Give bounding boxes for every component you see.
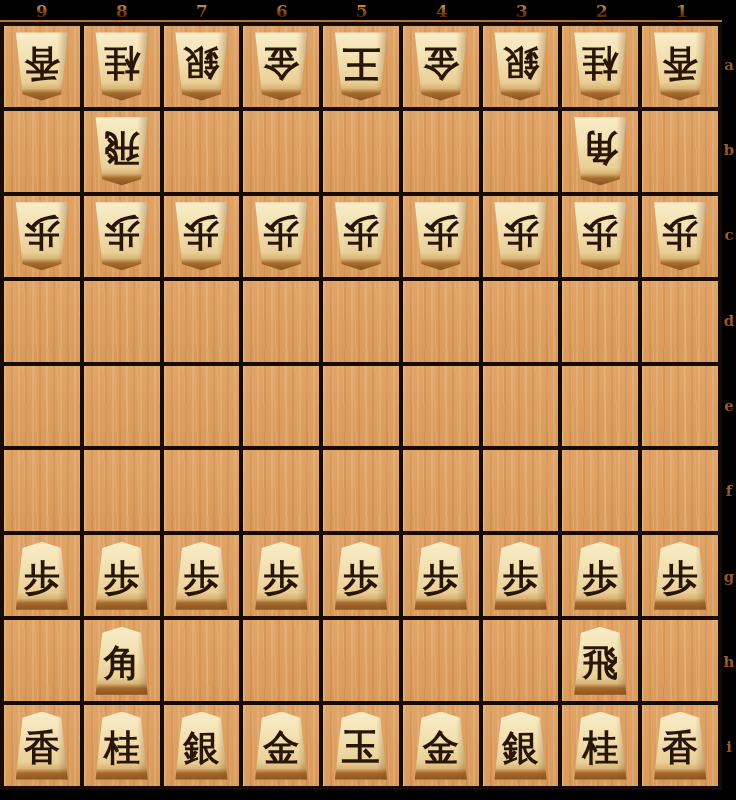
board-cell-3e[interactable] [483,366,559,447]
piece-pawn-sente[interactable]: 歩 [570,542,631,610]
board-cell-9f[interactable] [4,450,80,531]
board-cell-8f[interactable] [84,450,160,531]
board-cell-7a[interactable]: 銀 [164,26,240,107]
board-cell-1g[interactable]: 歩 [642,535,718,616]
board-cell-4e[interactable] [403,366,479,447]
board-cell-7h[interactable] [164,620,240,701]
board-cell-5b[interactable] [323,111,399,192]
shogi-app: 987654321 香桂銀金王金銀桂香飛角歩歩歩歩歩歩歩歩歩歩歩歩歩歩歩歩歩歩角… [0,0,736,800]
board-cell-6f[interactable] [243,450,319,531]
board-cell-1h[interactable] [642,620,718,701]
piece-pawn-sente[interactable]: 歩 [490,542,551,610]
piece-kanji: 桂 [582,729,618,765]
piece-kanji: 金 [263,46,299,82]
piece-kanji: 角 [104,644,140,680]
piece-bishop-gote[interactable]: 角 [570,117,631,185]
piece-kanji: 歩 [503,559,539,595]
board-cell-1c[interactable]: 歩 [642,196,718,277]
piece-kanji: 飛 [582,644,618,680]
board-cell-7e[interactable] [164,366,240,447]
board-cell-3g[interactable]: 歩 [483,535,559,616]
board-cell-9a[interactable]: 香 [4,26,80,107]
board-cell-4h[interactable] [403,620,479,701]
piece-silver-sente[interactable]: 銀 [171,712,232,780]
piece-kanji: 香 [24,729,60,765]
board-cell-3i[interactable]: 銀 [483,705,559,786]
piece-kanji: 飛 [104,131,140,167]
piece-kanji: 香 [24,46,60,82]
board-cell-3c[interactable]: 歩 [483,196,559,277]
piece-kanji: 歩 [423,216,459,252]
piece-kanji: 歩 [343,559,379,595]
piece-kanji: 銀 [503,46,539,82]
file-label-7: 7 [162,0,242,21]
piece-kanji: 歩 [24,216,60,252]
piece-knight-gote[interactable]: 桂 [570,32,631,100]
piece-king-sente[interactable]: 玉 [331,712,392,780]
board-cell-1i[interactable]: 香 [642,705,718,786]
piece-kanji: 歩 [183,216,219,252]
piece-pawn-gote[interactable]: 歩 [171,202,232,270]
piece-pawn-gote[interactable]: 歩 [91,202,152,270]
piece-kanji: 金 [423,46,459,82]
rank-label-b: b [722,107,736,192]
board-cell-3a[interactable]: 銀 [483,26,559,107]
board-cell-8i[interactable]: 桂 [84,705,160,786]
piece-king-gote[interactable]: 王 [331,32,392,100]
piece-kanji: 歩 [582,559,618,595]
board-cell-1d[interactable] [642,281,718,362]
file-labels: 987654321 [2,0,722,21]
rank-label-a: a [722,22,736,107]
board-cell-5i[interactable]: 玉 [323,705,399,786]
piece-kanji: 歩 [662,559,698,595]
piece-lance-sente[interactable]: 香 [12,712,73,780]
board-cell-6c[interactable]: 歩 [243,196,319,277]
board-cell-2i[interactable]: 桂 [562,705,638,786]
piece-gold-sente[interactable]: 金 [410,712,471,780]
rank-label-d: d [722,278,736,363]
piece-pawn-sente[interactable]: 歩 [251,542,312,610]
board-cell-1e[interactable] [642,366,718,447]
rank-label-h: h [722,619,736,704]
board-cell-1b[interactable] [642,111,718,192]
board-cell-4i[interactable]: 金 [403,705,479,786]
rank-label-i: i [722,705,736,790]
board-cell-8d[interactable] [84,281,160,362]
board-cell-2d[interactable] [562,281,638,362]
piece-pawn-sente[interactable]: 歩 [331,542,392,610]
board-cell-4b[interactable] [403,111,479,192]
piece-pawn-sente[interactable]: 歩 [650,542,711,610]
board-cell-3h[interactable] [483,620,559,701]
file-label-8: 8 [82,0,162,21]
piece-kanji: 金 [263,729,299,765]
piece-kanji: 王 [342,45,380,83]
board-cell-7g[interactable]: 歩 [164,535,240,616]
board-cell-5c[interactable]: 歩 [323,196,399,277]
board-cell-4g[interactable]: 歩 [403,535,479,616]
board-cell-5e[interactable] [323,366,399,447]
board-cell-6a[interactable]: 金 [243,26,319,107]
piece-lance-sente[interactable]: 香 [650,712,711,780]
board-cell-5h[interactable] [323,620,399,701]
file-label-5: 5 [322,0,402,21]
piece-pawn-gote[interactable]: 歩 [490,202,551,270]
board-cell-8g[interactable]: 歩 [84,535,160,616]
piece-kanji: 桂 [582,46,618,82]
rank-label-e: e [722,363,736,448]
piece-pawn-gote[interactable]: 歩 [410,202,471,270]
piece-pawn-gote[interactable]: 歩 [650,202,711,270]
piece-kanji: 金 [423,729,459,765]
board-cell-5a[interactable]: 王 [323,26,399,107]
board-cell-7f[interactable] [164,450,240,531]
piece-kanji: 角 [582,131,618,167]
board-cell-1a[interactable]: 香 [642,26,718,107]
piece-pawn-gote[interactable]: 歩 [12,202,73,270]
board-cell-9d[interactable] [4,281,80,362]
board-cell-2g[interactable]: 歩 [562,535,638,616]
file-label-2: 2 [562,0,642,21]
board-cell-6g[interactable]: 歩 [243,535,319,616]
piece-kanji: 香 [662,729,698,765]
piece-kanji: 銀 [183,729,219,765]
board-cell-2h[interactable]: 飛 [562,620,638,701]
board-cell-3b[interactable] [483,111,559,192]
piece-kanji: 歩 [104,559,140,595]
board-cell-8a[interactable]: 桂 [84,26,160,107]
piece-lance-gote[interactable]: 香 [12,32,73,100]
piece-bishop-sente[interactable]: 角 [91,627,152,695]
piece-kanji: 歩 [24,559,60,595]
board-cell-2e[interactable] [562,366,638,447]
file-label-6: 6 [242,0,322,21]
board-cell-2b[interactable]: 角 [562,111,638,192]
board-cell-9e[interactable] [4,366,80,447]
piece-kanji: 歩 [662,216,698,252]
piece-silver-gote[interactable]: 銀 [171,32,232,100]
board: 香桂銀金王金銀桂香飛角歩歩歩歩歩歩歩歩歩歩歩歩歩歩歩歩歩歩角飛香桂銀金玉金銀桂香 [0,22,722,790]
piece-kanji: 桂 [104,729,140,765]
board-cell-5f[interactable] [323,450,399,531]
board-cell-2c[interactable]: 歩 [562,196,638,277]
board-cell-9i[interactable]: 香 [4,705,80,786]
rank-label-f: f [722,449,736,534]
piece-pawn-sente[interactable]: 歩 [410,542,471,610]
piece-kanji: 銀 [503,729,539,765]
board-cell-9b[interactable] [4,111,80,192]
piece-silver-sente[interactable]: 銀 [490,712,551,780]
piece-pawn-gote[interactable]: 歩 [570,202,631,270]
piece-pawn-sente[interactable]: 歩 [12,542,73,610]
board-cell-8c[interactable]: 歩 [84,196,160,277]
file-label-1: 1 [642,0,722,21]
board-cell-8h[interactable]: 角 [84,620,160,701]
board-cell-6h[interactable] [243,620,319,701]
board-cell-7b[interactable] [164,111,240,192]
board-cell-6d[interactable] [243,281,319,362]
board-cell-6b[interactable] [243,111,319,192]
board-cell-8e[interactable] [84,366,160,447]
board-cell-4d[interactable] [403,281,479,362]
piece-rook-sente[interactable]: 飛 [570,627,631,695]
piece-gold-sente[interactable]: 金 [251,712,312,780]
piece-kanji: 歩 [263,216,299,252]
board-cell-1f[interactable] [642,450,718,531]
piece-rook-gote[interactable]: 飛 [91,117,152,185]
piece-pawn-gote[interactable]: 歩 [251,202,312,270]
board-cell-6i[interactable]: 金 [243,705,319,786]
piece-kanji: 玉 [342,728,380,766]
rank-label-g: g [722,534,736,619]
piece-kanji: 銀 [183,46,219,82]
board-cell-3f[interactable] [483,450,559,531]
board-cell-4f[interactable] [403,450,479,531]
piece-silver-gote[interactable]: 銀 [490,32,551,100]
board-cell-7i[interactable]: 銀 [164,705,240,786]
board-cell-4a[interactable]: 金 [403,26,479,107]
board-cell-7d[interactable] [164,281,240,362]
piece-pawn-sente[interactable]: 歩 [171,542,232,610]
piece-kanji: 歩 [104,216,140,252]
board-cell-5g[interactable]: 歩 [323,535,399,616]
piece-gold-gote[interactable]: 金 [410,32,471,100]
piece-kanji: 桂 [104,46,140,82]
piece-gold-gote[interactable]: 金 [251,32,312,100]
file-label-3: 3 [482,0,562,21]
board-cell-4c[interactable]: 歩 [403,196,479,277]
file-label-9: 9 [2,0,82,21]
piece-knight-gote[interactable]: 桂 [91,32,152,100]
piece-pawn-sente[interactable]: 歩 [91,542,152,610]
piece-lance-gote[interactable]: 香 [650,32,711,100]
board-cell-2a[interactable]: 桂 [562,26,638,107]
piece-kanji: 香 [662,46,698,82]
board-cell-2f[interactable] [562,450,638,531]
board-cell-3d[interactable] [483,281,559,362]
piece-kanji: 歩 [582,216,618,252]
board-cell-5d[interactable] [323,281,399,362]
rank-labels: abcdefghi [722,22,736,790]
board-cell-9h[interactable] [4,620,80,701]
file-label-4: 4 [402,0,482,21]
piece-knight-sente[interactable]: 桂 [91,712,152,780]
piece-kanji: 歩 [423,559,459,595]
board-cell-7c[interactable]: 歩 [164,196,240,277]
piece-knight-sente[interactable]: 桂 [570,712,631,780]
board-cell-9c[interactable]: 歩 [4,196,80,277]
board-cell-8b[interactable]: 飛 [84,111,160,192]
rank-label-c: c [722,193,736,278]
piece-kanji: 歩 [263,559,299,595]
board-cell-6e[interactable] [243,366,319,447]
piece-kanji: 歩 [183,559,219,595]
piece-kanji: 歩 [343,216,379,252]
piece-pawn-gote[interactable]: 歩 [331,202,392,270]
piece-kanji: 歩 [503,216,539,252]
board-cell-9g[interactable]: 歩 [4,535,80,616]
